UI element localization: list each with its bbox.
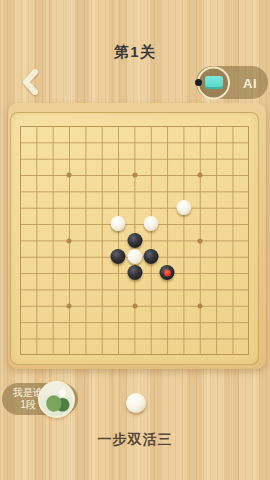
black-stone [127,265,142,280]
star-point [67,238,72,243]
white-stone [176,200,191,215]
ai-label: AI [243,75,257,90]
chevron-left-icon [14,86,50,103]
black-stone [160,265,175,280]
ai-toggle-circle [197,66,230,99]
last-move-marker [164,269,171,276]
black-stone [143,249,158,264]
board-frame [8,103,266,369]
black-stone [111,249,126,264]
star-point [67,303,72,308]
back-button[interactable] [14,64,50,100]
star-point [197,303,202,308]
star-point [132,303,137,308]
white-stone [143,216,158,231]
black-stone [127,233,142,248]
star-point [132,173,137,178]
board-surface [10,112,259,365]
page-title: 第1关 [0,43,270,62]
star-point [67,173,72,178]
black-stone-dot-icon [195,79,202,86]
turn-indicator-white-stone [126,393,146,413]
gomoku-board[interactable] [20,126,249,355]
board-screen-icon [205,76,223,89]
avatar [38,381,75,418]
hint-text: 一步双活三 [0,431,270,449]
white-stone [111,216,126,231]
ai-toggle[interactable]: AI [196,66,268,99]
star-point [197,238,202,243]
player-badge-rank: 1段 [20,399,36,411]
star-point [197,173,202,178]
screen: 第1关 AI 我是谁 1段 一步双活三 [0,0,270,480]
white-stone [127,249,142,264]
